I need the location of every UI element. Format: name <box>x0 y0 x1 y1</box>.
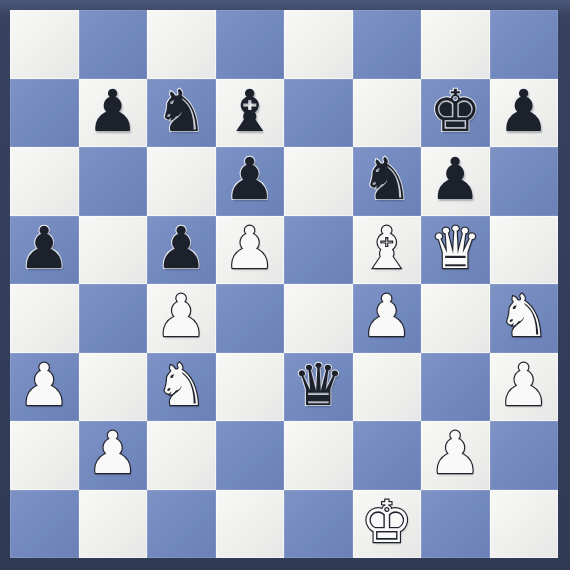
square-a1[interactable] <box>10 490 79 559</box>
square-h6[interactable] <box>490 147 559 216</box>
square-e7[interactable] <box>284 79 353 148</box>
square-e1[interactable] <box>284 490 353 559</box>
square-g1[interactable] <box>421 490 490 559</box>
piece-black-pawn-d6[interactable]: ♟ <box>224 150 276 208</box>
square-h3[interactable]: ♟ <box>490 353 559 422</box>
square-f7[interactable] <box>353 79 422 148</box>
piece-white-bishop-f5[interactable]: ♝ <box>361 219 413 277</box>
piece-white-pawn-a3[interactable]: ♟ <box>18 356 70 414</box>
piece-white-pawn-c4[interactable]: ♟ <box>155 287 207 345</box>
piece-white-king-f1[interactable]: ♚ <box>361 493 413 551</box>
square-h7[interactable]: ♟ <box>490 79 559 148</box>
piece-black-pawn-g6[interactable]: ♟ <box>429 150 481 208</box>
square-h5[interactable] <box>490 216 559 285</box>
square-d7[interactable]: ♝ <box>216 79 285 148</box>
square-f6[interactable]: ♞ <box>353 147 422 216</box>
piece-white-pawn-d5[interactable]: ♟ <box>224 219 276 277</box>
square-f3[interactable] <box>353 353 422 422</box>
piece-white-pawn-f4[interactable]: ♟ <box>361 287 413 345</box>
square-a3[interactable]: ♟ <box>10 353 79 422</box>
square-g6[interactable]: ♟ <box>421 147 490 216</box>
square-b6[interactable] <box>79 147 148 216</box>
square-a7[interactable] <box>10 79 79 148</box>
square-d1[interactable] <box>216 490 285 559</box>
square-a5[interactable]: ♟ <box>10 216 79 285</box>
square-b3[interactable] <box>79 353 148 422</box>
square-b7[interactable]: ♟ <box>79 79 148 148</box>
square-d6[interactable]: ♟ <box>216 147 285 216</box>
square-c8[interactable] <box>147 10 216 79</box>
square-f1[interactable]: ♚ <box>353 490 422 559</box>
piece-white-knight-c3[interactable]: ♞ <box>155 356 207 414</box>
square-b8[interactable] <box>79 10 148 79</box>
square-h1[interactable] <box>490 490 559 559</box>
piece-white-queen-g5[interactable]: ♛ <box>429 219 481 277</box>
piece-black-queen-e3[interactable]: ♛ <box>292 356 344 414</box>
square-d5[interactable]: ♟ <box>216 216 285 285</box>
piece-white-knight-h4[interactable]: ♞ <box>498 287 550 345</box>
square-d8[interactable] <box>216 10 285 79</box>
square-e3[interactable]: ♛ <box>284 353 353 422</box>
square-a8[interactable] <box>10 10 79 79</box>
square-e6[interactable] <box>284 147 353 216</box>
square-g8[interactable] <box>421 10 490 79</box>
chess-board: ♟♞♝♚♟♟♞♟♟♟♟♝♛♟♟♞♟♞♛♟♟♟♚ <box>10 10 558 558</box>
piece-black-pawn-c5[interactable]: ♟ <box>155 219 207 277</box>
square-f5[interactable]: ♝ <box>353 216 422 285</box>
piece-white-pawn-h3[interactable]: ♟ <box>498 356 550 414</box>
piece-white-pawn-g2[interactable]: ♟ <box>429 424 481 482</box>
square-f2[interactable] <box>353 421 422 490</box>
square-g4[interactable] <box>421 284 490 353</box>
square-d2[interactable] <box>216 421 285 490</box>
square-f4[interactable]: ♟ <box>353 284 422 353</box>
square-b2[interactable]: ♟ <box>79 421 148 490</box>
piece-black-pawn-b7[interactable]: ♟ <box>87 82 139 140</box>
square-e8[interactable] <box>284 10 353 79</box>
piece-black-knight-f6[interactable]: ♞ <box>361 150 413 208</box>
square-c1[interactable] <box>147 490 216 559</box>
square-g3[interactable] <box>421 353 490 422</box>
square-h8[interactable] <box>490 10 559 79</box>
square-b1[interactable] <box>79 490 148 559</box>
piece-white-pawn-b2[interactable]: ♟ <box>87 424 139 482</box>
square-e5[interactable] <box>284 216 353 285</box>
square-d4[interactable] <box>216 284 285 353</box>
square-g7[interactable]: ♚ <box>421 79 490 148</box>
square-c3[interactable]: ♞ <box>147 353 216 422</box>
board-frame: ♟♞♝♚♟♟♞♟♟♟♟♝♛♟♟♞♟♞♛♟♟♟♚ <box>0 0 570 570</box>
square-a4[interactable] <box>10 284 79 353</box>
piece-black-bishop-d7[interactable]: ♝ <box>224 82 276 140</box>
square-a6[interactable] <box>10 147 79 216</box>
square-b5[interactable] <box>79 216 148 285</box>
square-c7[interactable]: ♞ <box>147 79 216 148</box>
square-c4[interactable]: ♟ <box>147 284 216 353</box>
piece-black-king-g7[interactable]: ♚ <box>429 82 481 140</box>
square-g5[interactable]: ♛ <box>421 216 490 285</box>
square-h4[interactable]: ♞ <box>490 284 559 353</box>
square-e4[interactable] <box>284 284 353 353</box>
square-g2[interactable]: ♟ <box>421 421 490 490</box>
square-c6[interactable] <box>147 147 216 216</box>
piece-black-pawn-h7[interactable]: ♟ <box>498 82 550 140</box>
piece-black-pawn-a5[interactable]: ♟ <box>18 219 70 277</box>
square-f8[interactable] <box>353 10 422 79</box>
square-d3[interactable] <box>216 353 285 422</box>
square-c5[interactable]: ♟ <box>147 216 216 285</box>
piece-black-knight-c7[interactable]: ♞ <box>155 82 207 140</box>
square-a2[interactable] <box>10 421 79 490</box>
square-c2[interactable] <box>147 421 216 490</box>
square-b4[interactable] <box>79 284 148 353</box>
square-h2[interactable] <box>490 421 559 490</box>
square-e2[interactable] <box>284 421 353 490</box>
